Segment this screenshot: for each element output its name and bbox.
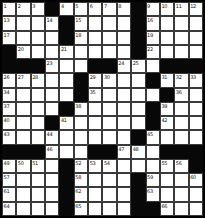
clue-number: 8 [118,3,121,9]
white-cell-r2c2[interactable] [16,16,30,30]
white-cell-r6c14[interactable]: 33 [189,73,203,87]
white-cell-r13c6[interactable]: 58 [74,173,88,187]
clue-number: 59 [147,174,153,180]
black-cell-r13c10 [131,173,145,187]
white-cell-r14c9[interactable] [117,187,131,201]
black-cell-r13c5 [59,173,73,187]
white-cell-r11c11[interactable] [146,145,160,159]
white-cell-r11c10[interactable]: 48 [131,145,145,159]
white-cell-r1c6[interactable]: 5 [74,2,88,16]
clue-number: 63 [147,188,153,194]
white-cell-r13c3[interactable] [31,173,45,187]
white-cell-r9c6[interactable] [74,116,88,130]
white-cell-r7c8[interactable] [102,88,116,102]
clue-number: 13 [4,17,10,23]
white-cell-r10c14[interactable] [189,130,203,144]
white-cell-r4c6[interactable] [74,45,88,59]
clue-number: 34 [4,89,10,95]
clue-number: 45 [147,131,153,137]
white-cell-r2c14[interactable] [189,16,203,30]
white-cell-r2c11[interactable]: 16 [146,16,160,30]
clue-number: 24 [118,60,124,66]
white-cell-r13c8[interactable] [102,173,116,187]
white-cell-r12c3[interactable]: 51 [31,159,45,173]
clue-number: 51 [32,160,38,166]
white-cell-r8c4[interactable] [45,102,59,116]
white-cell-r3c2[interactable] [16,31,30,45]
white-cell-r12c6[interactable]: 52 [74,159,88,173]
white-cell-r8c6[interactable]: 38 [74,102,88,116]
clue-number: 6 [90,3,93,9]
white-cell-r12c10[interactable] [131,159,145,173]
white-cell-r13c2[interactable] [16,173,30,187]
white-cell-r9c1[interactable]: 40 [2,116,16,130]
clue-number: 37 [4,103,10,109]
clue-number: 38 [75,103,81,109]
white-cell-r10c13[interactable] [174,130,188,144]
white-cell-r6c9[interactable] [117,73,131,87]
clue-number: 60 [190,174,196,180]
white-cell-r2c6[interactable]: 15 [74,16,88,30]
white-cell-r2c3[interactable] [31,16,45,30]
clue-number: 32 [176,74,182,80]
white-cell-r3c3[interactable] [31,31,45,45]
white-cell-r6c7[interactable]: 29 [88,73,102,87]
white-cell-r15c3[interactable] [31,202,45,216]
clue-number: 28 [32,74,38,80]
clue-number: 27 [18,74,24,80]
black-cell-r5c14 [189,59,203,73]
white-cell-r10c8[interactable] [102,130,116,144]
clue-number: 56 [176,160,182,166]
clue-number: 31 [161,74,167,80]
white-cell-r12c1[interactable]: 49 [2,159,16,173]
clue-number: 4 [61,3,64,9]
white-cell-r14c2[interactable] [16,187,30,201]
white-cell-r5c10[interactable]: 25 [131,59,145,73]
white-cell-r14c8[interactable] [102,187,116,201]
black-cell-r10c10 [131,130,145,144]
white-cell-r10c11[interactable]: 45 [146,130,160,144]
white-cell-r11c5[interactable] [59,145,73,159]
white-cell-r15c9[interactable] [117,202,131,216]
white-cell-r2c9[interactable] [117,16,131,30]
white-cell-r10c4[interactable]: 44 [45,130,59,144]
white-cell-r9c13[interactable] [174,116,188,130]
clue-number: 35 [90,89,96,95]
black-cell-r8c11 [146,102,160,116]
white-cell-r8c10[interactable] [131,102,145,116]
white-cell-r5c6[interactable] [74,59,88,73]
white-cell-r10c3[interactable] [31,130,45,144]
white-cell-r1c11[interactable]: 9 [146,2,160,16]
black-cell-r5c2 [16,59,30,73]
black-cell-r11c1 [2,145,16,159]
clue-number: 20 [18,46,24,52]
black-cell-r11c12 [160,145,174,159]
white-cell-r13c14[interactable]: 60 [189,173,203,187]
white-cell-r9c3[interactable] [31,116,45,130]
white-cell-r15c7[interactable] [88,202,102,216]
black-cell-r14c5 [59,187,73,201]
clue-number: 52 [75,160,81,166]
black-cell-r12c5 [59,159,73,173]
white-cell-r10c1[interactable]: 43 [2,130,16,144]
black-cell-r11c14 [189,145,203,159]
black-cell-r9c4 [45,116,59,130]
clue-number: 1 [4,3,7,9]
black-cell-r14c10 [131,187,145,201]
white-cell-r5c11[interactable] [146,59,160,73]
white-cell-r3c4[interactable] [45,31,59,45]
black-cell-r5c8 [102,59,116,73]
clue-number: 2 [18,3,21,9]
clue-number: 39 [161,103,167,109]
white-cell-r1c14[interactable]: 12 [189,2,203,16]
clue-number: 65 [75,203,81,209]
white-cell-r9c9[interactable] [117,116,131,130]
white-cell-r11c9[interactable]: 47 [117,145,131,159]
white-cell-r8c8[interactable] [102,102,116,116]
clue-number: 47 [118,146,124,152]
white-cell-r14c13[interactable] [174,187,188,201]
clue-number: 11 [176,3,182,9]
black-cell-r11c7 [88,145,102,159]
white-cell-r14c4[interactable] [45,187,59,201]
white-cell-r2c4[interactable]: 14 [45,16,59,30]
white-cell-r4c4[interactable] [45,45,59,59]
black-cell-r1c4 [45,2,59,16]
white-cell-r2c8[interactable] [102,16,116,30]
white-cell-r9c2[interactable] [16,116,30,130]
white-cell-r4c11[interactable]: 22 [146,45,160,59]
white-cell-r9c5[interactable]: 41 [59,116,73,130]
clue-number: 23 [47,60,53,66]
white-cell-r8c14[interactable] [189,102,203,116]
clue-number: 22 [147,46,153,52]
white-cell-r3c7[interactable] [88,31,102,45]
white-cell-r3c9[interactable] [117,31,131,45]
clue-number: 26 [4,74,10,80]
white-cell-r10c7[interactable] [88,130,102,144]
black-cell-r4c1 [2,45,16,59]
white-cell-r15c14[interactable] [189,202,203,216]
black-cell-r15c11 [146,202,160,216]
white-cell-r10c5[interactable] [59,130,73,144]
clue-number: 17 [4,32,10,38]
white-cell-r15c4[interactable] [45,202,59,216]
white-cell-r1c8[interactable]: 7 [102,2,116,16]
white-cell-r13c13[interactable] [174,173,188,187]
white-cell-r7c13[interactable]: 36 [174,88,188,102]
white-cell-r6c1[interactable]: 26 [2,73,16,87]
black-cell-r5c1 [2,59,16,73]
white-cell-r3c6[interactable]: 18 [74,31,88,45]
clue-number: 64 [4,203,10,209]
white-cell-r2c12[interactable] [160,16,174,30]
white-cell-r6c10[interactable] [131,73,145,87]
white-cell-r9c12[interactable]: 42 [160,116,174,130]
white-cell-r4c5[interactable]: 21 [59,45,73,59]
white-cell-r12c4[interactable] [45,159,59,173]
black-cell-r12c14 [189,159,203,173]
white-cell-r14c3[interactable] [31,187,45,201]
clue-number: 48 [133,146,139,152]
white-cell-r11c6[interactable] [74,145,88,159]
white-cell-r2c1[interactable]: 13 [2,16,16,30]
clue-number: 21 [61,46,67,52]
clue-number: 15 [75,17,81,23]
white-cell-r12c11[interactable] [146,159,160,173]
white-cell-r2c13[interactable] [174,16,188,30]
white-cell-r14c7[interactable] [88,187,102,201]
clue-number: 61 [4,188,10,194]
white-cell-r5c5[interactable] [59,59,73,73]
white-cell-r13c9[interactable] [117,173,131,187]
white-cell-r15c13[interactable] [174,202,188,216]
clue-number: 40 [4,117,10,123]
white-cell-r6c13[interactable]: 32 [174,73,188,87]
white-cell-r3c14[interactable] [189,31,203,45]
white-cell-r12c9[interactable] [117,159,131,173]
clue-number: 49 [4,160,10,166]
white-cell-r8c9[interactable] [117,102,131,116]
white-cell-r7c11[interactable] [146,88,160,102]
white-cell-r4c8[interactable] [102,45,116,59]
white-cell-r7c2[interactable] [16,88,30,102]
white-cell-r2c7[interactable] [88,16,102,30]
white-cell-r10c9[interactable] [117,130,131,144]
white-cell-r9c10[interactable] [131,116,145,130]
black-cell-r3c10 [131,31,145,45]
white-cell-r14c11[interactable]: 63 [146,187,160,201]
white-cell-r3c12[interactable] [160,31,174,45]
white-cell-r15c8[interactable] [102,202,116,216]
white-cell-r7c1[interactable]: 34 [2,88,16,102]
white-cell-r1c7[interactable]: 6 [88,2,102,16]
black-cell-r3c5 [59,31,73,45]
white-cell-r6c4[interactable] [45,73,59,87]
white-cell-r13c4[interactable] [45,173,59,187]
black-cell-r5c12 [160,59,174,73]
white-cell-r4c7[interactable] [88,45,102,59]
clue-number: 12 [190,3,196,9]
white-cell-r4c3[interactable] [31,45,45,59]
white-cell-r7c14[interactable] [189,88,203,102]
white-cell-r13c11[interactable]: 59 [146,173,160,187]
clue-number: 44 [47,131,53,137]
white-cell-r1c9[interactable]: 8 [117,2,131,16]
black-cell-r4c10 [131,45,145,59]
clue-number: 25 [133,60,139,66]
clue-number: 66 [161,203,167,209]
white-cell-r5c9[interactable]: 24 [117,59,131,73]
black-cell-r15c5 [59,202,73,216]
white-cell-r4c2[interactable]: 20 [16,45,30,59]
white-cell-r8c3[interactable] [31,102,45,116]
white-cell-r8c2[interactable] [16,102,30,116]
clue-number: 7 [104,3,107,9]
clue-number: 33 [190,74,196,80]
white-cell-r9c14[interactable] [189,116,203,130]
white-cell-r10c6[interactable] [74,130,88,144]
clue-number: 5 [75,3,78,9]
white-cell-r13c7[interactable] [88,173,102,187]
clue-number: 19 [147,32,153,38]
white-cell-r3c13[interactable] [174,31,188,45]
white-cell-r9c7[interactable] [88,116,102,130]
white-cell-r10c12[interactable] [160,130,174,144]
white-cell-r8c12[interactable]: 39 [160,102,174,116]
white-cell-r1c5[interactable]: 4 [59,2,73,16]
clue-number: 14 [47,17,53,23]
white-cell-r15c2[interactable] [16,202,30,216]
clue-number: 29 [90,74,96,80]
white-cell-r4c14[interactable] [189,45,203,59]
black-cell-r8c5 [59,102,73,116]
white-cell-r12c2[interactable]: 50 [16,159,30,173]
crossword-page: 1234567891011121314151617181920212223242… [0,0,205,218]
white-cell-r8c13[interactable] [174,102,188,116]
clue-number: 62 [75,188,81,194]
clue-number: 41 [61,117,67,123]
white-cell-r7c4[interactable] [45,88,59,102]
white-cell-r4c9[interactable] [117,45,131,59]
clue-number: 46 [47,146,53,152]
white-cell-r12c13[interactable]: 56 [174,159,188,173]
white-cell-r7c7[interactable]: 35 [88,88,102,102]
white-cell-r15c1[interactable]: 64 [2,202,16,216]
clue-number: 3 [32,3,35,9]
white-cell-r6c8[interactable]: 30 [102,73,116,87]
black-cell-r5c7 [88,59,102,73]
black-cell-r1c10 [131,2,145,16]
black-cell-r11c8 [102,145,116,159]
white-cell-r12c8[interactable]: 54 [102,159,116,173]
white-cell-r1c3[interactable]: 3 [31,2,45,16]
black-cell-r9c11 [146,116,160,130]
white-cell-r8c7[interactable] [88,102,102,116]
white-cell-r11c4[interactable]: 46 [45,145,59,159]
white-cell-r7c5[interactable] [59,88,73,102]
white-cell-r13c1[interactable]: 57 [2,173,16,187]
white-cell-r6c5[interactable] [59,73,73,87]
black-cell-r11c13 [174,145,188,159]
black-cell-r6c6 [74,73,88,87]
white-cell-r14c14[interactable] [189,187,203,201]
white-cell-r6c3[interactable]: 28 [31,73,45,87]
clue-number: 55 [161,160,167,166]
clue-number: 50 [18,160,24,166]
black-cell-r2c5 [59,16,73,30]
clue-number: 57 [4,174,10,180]
white-cell-r1c2[interactable]: 2 [16,2,30,16]
clue-number: 9 [147,3,150,9]
white-cell-r12c12[interactable]: 55 [160,159,174,173]
clue-number: 30 [104,74,110,80]
white-cell-r3c11[interactable]: 19 [146,31,160,45]
white-cell-r15c6[interactable]: 65 [74,202,88,216]
clue-number: 58 [75,174,81,180]
white-cell-r14c1[interactable]: 61 [2,187,16,201]
white-cell-r1c12[interactable]: 10 [160,2,174,16]
white-cell-r3c8[interactable] [102,31,116,45]
white-cell-r7c3[interactable] [31,88,45,102]
white-cell-r3c1[interactable]: 17 [2,31,16,45]
clue-number: 16 [147,17,153,23]
white-cell-r7c10[interactable] [131,88,145,102]
white-cell-r15c12[interactable]: 66 [160,202,174,216]
black-cell-r5c3 [31,59,45,73]
white-cell-r10c2[interactable] [16,130,30,144]
white-cell-r4c13[interactable] [174,45,188,59]
white-cell-r1c13[interactable]: 11 [174,2,188,16]
white-cell-r5c4[interactable]: 23 [45,59,59,73]
clue-number: 18 [75,32,81,38]
black-cell-r7c12 [160,88,174,102]
white-cell-r7c9[interactable] [117,88,131,102]
white-cell-r14c12[interactable] [160,187,174,201]
clue-number: 42 [161,117,167,123]
black-cell-r2c10 [131,16,145,30]
clue-number: 53 [90,160,96,166]
white-cell-r8c1[interactable]: 37 [2,102,16,116]
black-cell-r15c10 [131,202,145,216]
white-cell-r9c8[interactable] [102,116,116,130]
clue-number: 36 [176,89,182,95]
white-cell-r12c7[interactable]: 53 [88,159,102,173]
white-cell-r6c2[interactable]: 27 [16,73,30,87]
black-cell-r11c3 [31,145,45,159]
clue-number: 43 [4,131,10,137]
white-cell-r6c12[interactable]: 31 [160,73,174,87]
white-cell-r14c6[interactable]: 62 [74,187,88,201]
clue-number: 10 [161,3,167,9]
black-cell-r6c11 [146,73,160,87]
white-cell-r13c12[interactable] [160,173,174,187]
black-cell-r5c13 [174,59,188,73]
clue-number: 54 [104,160,110,166]
white-cell-r4c12[interactable] [160,45,174,59]
black-cell-r7c6 [74,88,88,102]
crossword-grid: 1234567891011121314151617181920212223242… [0,0,205,218]
black-cell-r11c2 [16,145,30,159]
white-cell-r1c1[interactable]: 1 [2,2,16,16]
